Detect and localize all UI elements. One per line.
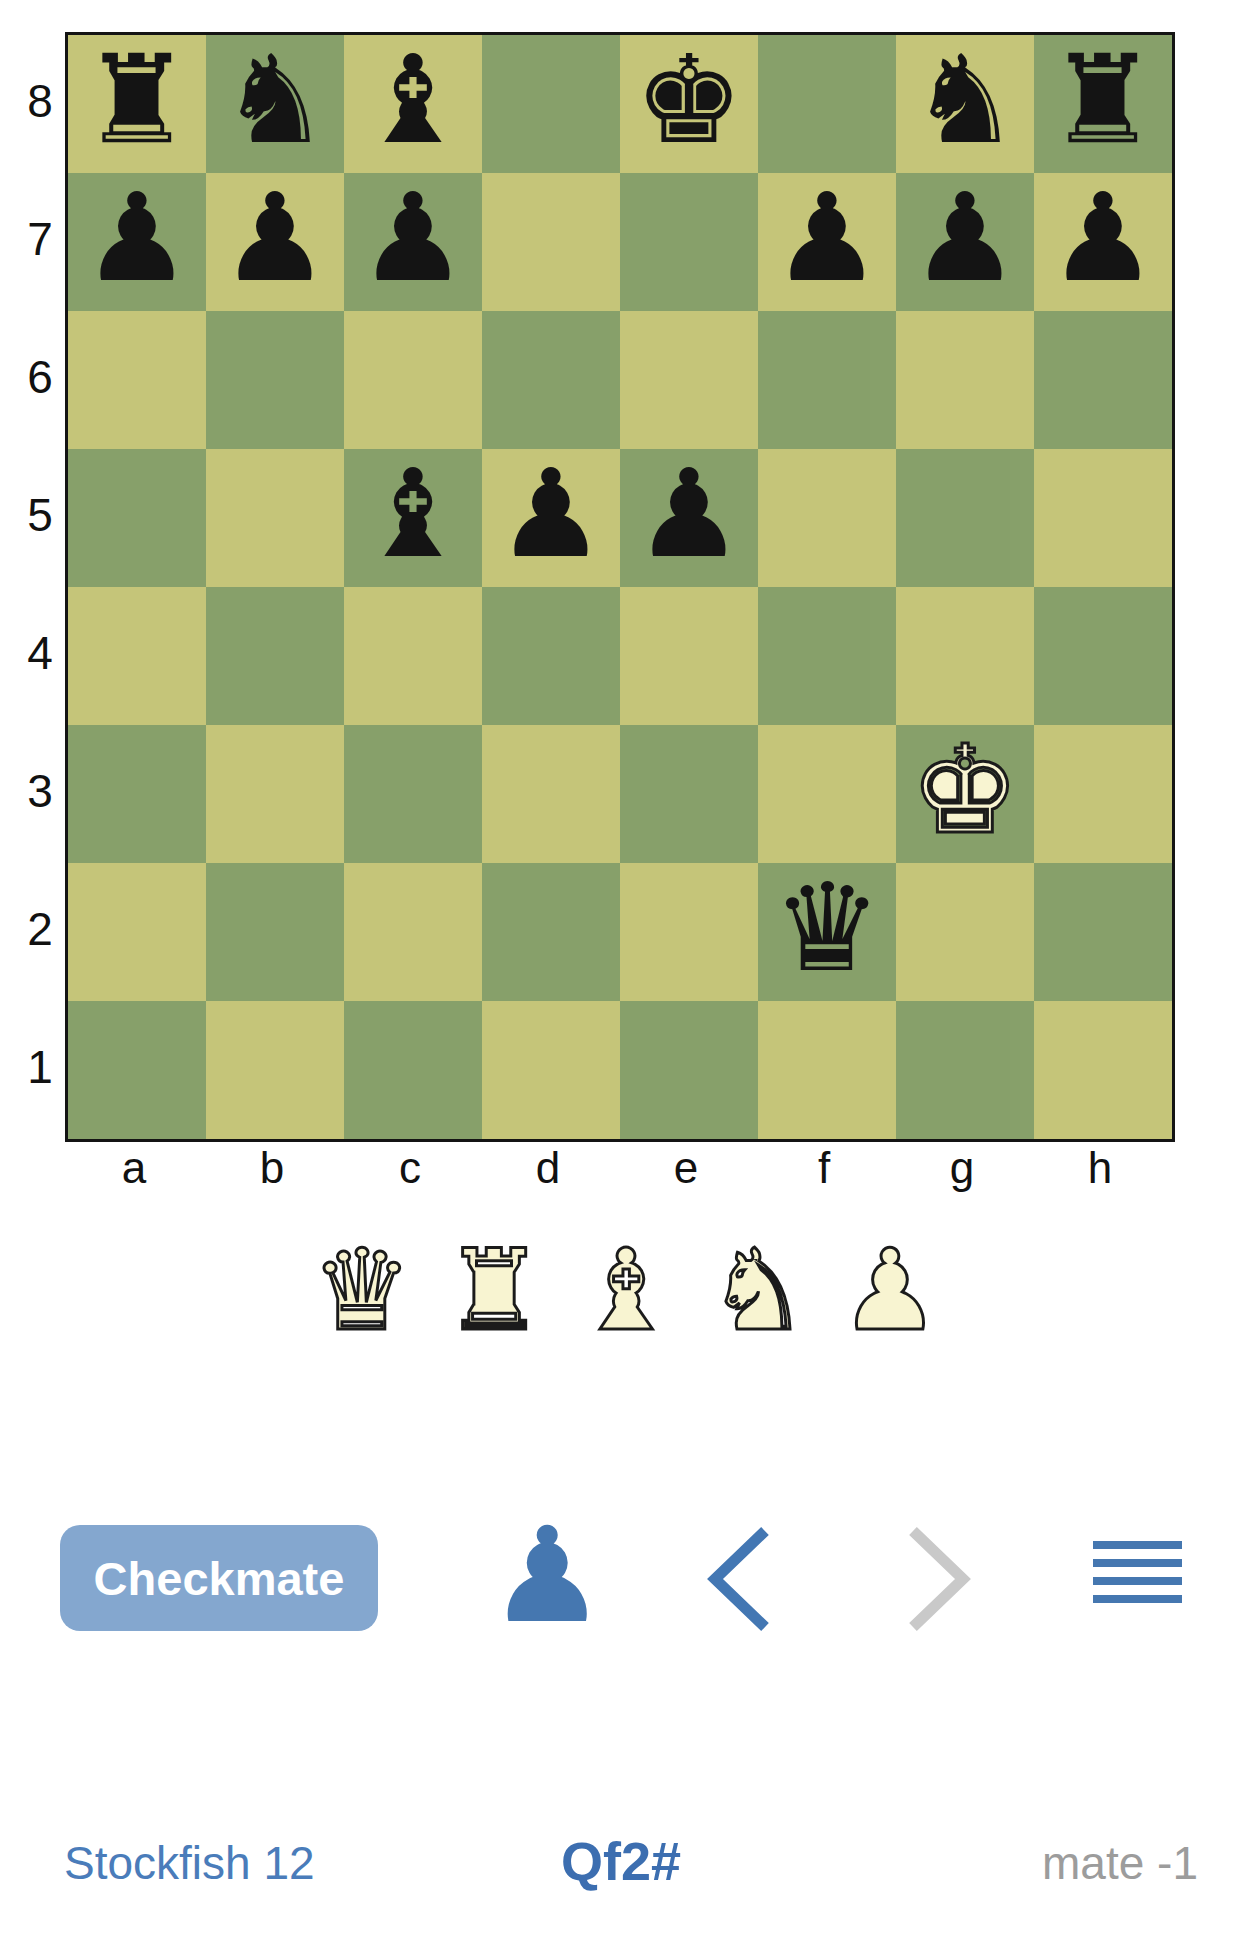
square-a6[interactable]: [68, 311, 206, 449]
captured-white-bishop: ♝: [560, 1217, 692, 1363]
file-label-f: f: [755, 1142, 893, 1194]
square-c6[interactable]: [344, 311, 482, 449]
white-king-piece[interactable]: ♚: [910, 729, 1019, 851]
captured-white-knight: ♞: [692, 1217, 824, 1363]
square-a4[interactable]: [68, 587, 206, 725]
square-c3[interactable]: [344, 725, 482, 863]
square-d7[interactable]: [482, 173, 620, 311]
square-b1[interactable]: [206, 1001, 344, 1139]
square-b7[interactable]: ♟: [206, 173, 344, 311]
square-d3[interactable]: [482, 725, 620, 863]
square-b3[interactable]: [206, 725, 344, 863]
black-king-piece[interactable]: ♚: [634, 39, 743, 161]
square-e7[interactable]: [620, 173, 758, 311]
file-label-a: a: [65, 1142, 203, 1194]
square-h1[interactable]: [1034, 1001, 1172, 1139]
square-e2[interactable]: [620, 863, 758, 1001]
black-rook-piece[interactable]: ♜: [1048, 39, 1157, 161]
square-f2[interactable]: ♛: [758, 863, 896, 1001]
black-pawn-piece[interactable]: ♟: [220, 177, 329, 299]
hamburger-menu-icon[interactable]: [1093, 1541, 1182, 1603]
square-g3[interactable]: ♚: [896, 725, 1034, 863]
black-queen-piece[interactable]: ♛: [772, 867, 881, 989]
rank-labels: 87654321: [10, 32, 70, 1136]
square-g7[interactable]: ♟: [896, 173, 1034, 311]
file-label-c: c: [341, 1142, 479, 1194]
black-rook-piece[interactable]: ♜: [82, 39, 191, 161]
rank-label-1: 1: [10, 998, 70, 1136]
square-e4[interactable]: [620, 587, 758, 725]
square-c5[interactable]: ♝: [344, 449, 482, 587]
black-pawn-piece[interactable]: ♟: [1048, 177, 1157, 299]
board[interactable]: ♜♞♝♚♞♜♟♟♟♟♟♟♝♟♟♚♛: [65, 32, 1175, 1142]
file-label-e: e: [617, 1142, 755, 1194]
rank-label-4: 4: [10, 584, 70, 722]
black-knight-piece[interactable]: ♞: [910, 39, 1019, 161]
square-g2[interactable]: [896, 863, 1034, 1001]
turn-indicator-pawn-icon: ♟: [488, 1512, 598, 1638]
file-label-g: g: [893, 1142, 1031, 1194]
square-c4[interactable]: [344, 587, 482, 725]
square-h6[interactable]: [1034, 311, 1172, 449]
square-a2[interactable]: [68, 863, 206, 1001]
square-f4[interactable]: [758, 587, 896, 725]
rank-label-3: 3: [10, 722, 70, 860]
square-g1[interactable]: [896, 1001, 1034, 1139]
square-g8[interactable]: ♞: [896, 35, 1034, 173]
square-h4[interactable]: [1034, 587, 1172, 725]
square-h8[interactable]: ♜: [1034, 35, 1172, 173]
next-move-chevron-right-icon[interactable]: [903, 1524, 975, 1634]
square-e3[interactable]: [620, 725, 758, 863]
black-bishop-piece[interactable]: ♝: [358, 39, 467, 161]
evaluation-text: mate -1: [1042, 1836, 1198, 1890]
square-e6[interactable]: [620, 311, 758, 449]
square-a3[interactable]: [68, 725, 206, 863]
black-knight-piece[interactable]: ♞: [220, 39, 329, 161]
square-h3[interactable]: [1034, 725, 1172, 863]
square-a5[interactable]: [68, 449, 206, 587]
square-a8[interactable]: ♜: [68, 35, 206, 173]
last-move-text: Qf2#: [561, 1830, 681, 1892]
black-pawn-piece[interactable]: ♟: [358, 177, 467, 299]
square-h5[interactable]: [1034, 449, 1172, 587]
captured-white-pieces-tray: ♛♜♝♞♟: [296, 1217, 956, 1363]
square-f7[interactable]: ♟: [758, 173, 896, 311]
square-b5[interactable]: [206, 449, 344, 587]
square-a1[interactable]: [68, 1001, 206, 1139]
black-pawn-piece[interactable]: ♟: [910, 177, 1019, 299]
square-f5[interactable]: [758, 449, 896, 587]
black-pawn-piece[interactable]: ♟: [496, 453, 605, 575]
square-d5[interactable]: ♟: [482, 449, 620, 587]
captured-white-rook: ♜: [428, 1217, 560, 1363]
file-labels: abcdefgh: [65, 1142, 1169, 1194]
square-b2[interactable]: [206, 863, 344, 1001]
square-c8[interactable]: ♝: [344, 35, 482, 173]
black-pawn-piece[interactable]: ♟: [82, 177, 191, 299]
square-d8[interactable]: [482, 35, 620, 173]
square-c7[interactable]: ♟: [344, 173, 482, 311]
previous-move-chevron-left-icon[interactable]: [703, 1524, 775, 1634]
square-d6[interactable]: [482, 311, 620, 449]
square-c1[interactable]: [344, 1001, 482, 1139]
square-e5[interactable]: ♟: [620, 449, 758, 587]
square-b6[interactable]: [206, 311, 344, 449]
black-pawn-piece[interactable]: ♟: [772, 177, 881, 299]
square-b8[interactable]: ♞: [206, 35, 344, 173]
captured-white-queen: ♛: [296, 1217, 428, 1363]
square-g5[interactable]: [896, 449, 1034, 587]
square-g4[interactable]: [896, 587, 1034, 725]
square-e8[interactable]: ♚: [620, 35, 758, 173]
rank-label-5: 5: [10, 446, 70, 584]
square-a7[interactable]: ♟: [68, 173, 206, 311]
square-h7[interactable]: ♟: [1034, 173, 1172, 311]
file-label-h: h: [1031, 1142, 1169, 1194]
square-h2[interactable]: [1034, 863, 1172, 1001]
square-g6[interactable]: [896, 311, 1034, 449]
file-label-d: d: [479, 1142, 617, 1194]
square-f8[interactable]: [758, 35, 896, 173]
square-d2[interactable]: [482, 863, 620, 1001]
rank-label-2: 2: [10, 860, 70, 998]
rank-label-7: 7: [10, 170, 70, 308]
checkmate-status-button[interactable]: Checkmate: [60, 1525, 378, 1631]
square-d4[interactable]: [482, 587, 620, 725]
black-pawn-piece[interactable]: ♟: [634, 453, 743, 575]
square-f1[interactable]: [758, 1001, 896, 1139]
black-bishop-piece[interactable]: ♝: [358, 453, 467, 575]
square-f3[interactable]: [758, 725, 896, 863]
file-label-b: b: [203, 1142, 341, 1194]
engine-name[interactable]: Stockfish 12: [64, 1836, 315, 1890]
square-e1[interactable]: [620, 1001, 758, 1139]
square-b4[interactable]: [206, 587, 344, 725]
captured-white-pawn: ♟: [824, 1217, 956, 1363]
square-d1[interactable]: [482, 1001, 620, 1139]
rank-label-8: 8: [10, 32, 70, 170]
square-f6[interactable]: [758, 311, 896, 449]
rank-label-6: 6: [10, 308, 70, 446]
square-c2[interactable]: [344, 863, 482, 1001]
